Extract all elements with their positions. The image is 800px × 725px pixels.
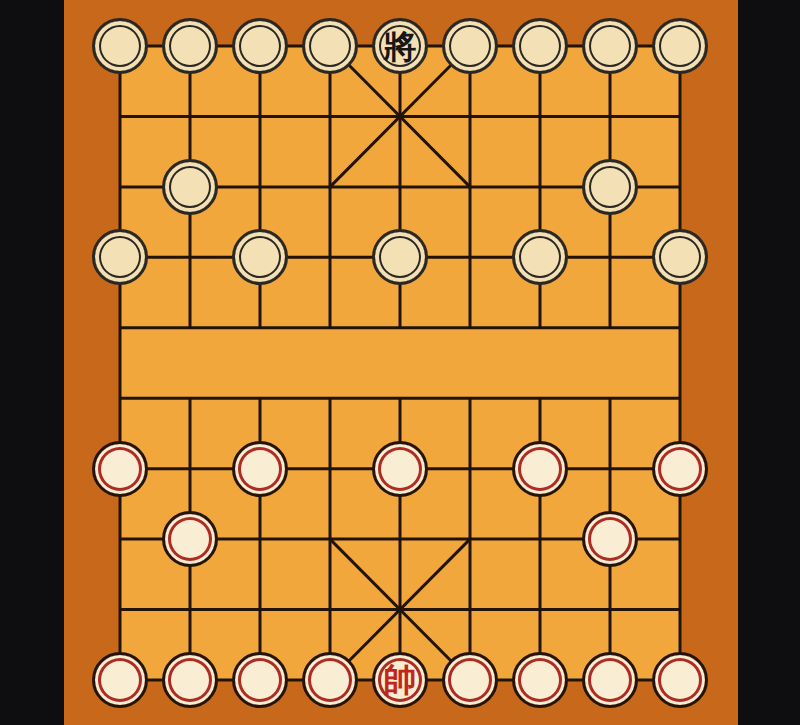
board-intersection[interactable] [295, 645, 365, 715]
board-intersection[interactable] [295, 433, 365, 503]
board-intersection[interactable] [155, 293, 225, 363]
board-intersection[interactable] [435, 433, 505, 503]
board-intersection[interactable] [645, 433, 715, 503]
piece-black-disc[interactable] [302, 18, 358, 74]
board-intersection[interactable] [365, 293, 435, 363]
board-intersection[interactable] [155, 11, 225, 81]
piece-black-disc[interactable] [372, 229, 428, 285]
board-intersection[interactable] [155, 81, 225, 151]
piece-red-disc[interactable] [92, 441, 148, 497]
board-intersection[interactable]: 將 [365, 11, 435, 81]
board-intersection[interactable] [295, 222, 365, 292]
board-intersection[interactable] [155, 574, 225, 644]
app-background: 將帥 [0, 0, 800, 725]
board-intersection[interactable] [155, 504, 225, 574]
piece-red-disc[interactable] [372, 441, 428, 497]
piece-black-disc[interactable] [92, 18, 148, 74]
board-intersection[interactable] [645, 293, 715, 363]
board-intersection[interactable] [295, 504, 365, 574]
board-intersection[interactable] [645, 11, 715, 81]
board-intersection[interactable] [435, 504, 505, 574]
board-intersection[interactable] [155, 222, 225, 292]
board-intersection[interactable] [435, 293, 505, 363]
board-intersection[interactable] [645, 152, 715, 222]
board-intersection[interactable] [85, 433, 155, 503]
board-intersection[interactable] [435, 152, 505, 222]
board-intersection[interactable] [505, 433, 575, 503]
board-intersection[interactable] [295, 574, 365, 644]
board-intersection[interactable] [505, 504, 575, 574]
board-intersection[interactable] [505, 11, 575, 81]
board-intersection[interactable] [365, 81, 435, 151]
xiangqi-board: 將帥 [64, 0, 738, 725]
board-intersection[interactable] [505, 152, 575, 222]
board-intersection[interactable] [505, 293, 575, 363]
piece-black-disc[interactable] [442, 18, 498, 74]
board-intersection[interactable] [575, 222, 645, 292]
board-intersection[interactable] [645, 504, 715, 574]
board-intersection[interactable] [645, 222, 715, 292]
piece-red-disc[interactable] [302, 652, 358, 708]
piece-red-disc[interactable] [232, 652, 288, 708]
piece-red-disc[interactable] [442, 652, 498, 708]
piece-black-disc[interactable] [232, 229, 288, 285]
board-intersection[interactable] [435, 363, 505, 433]
board-intersection[interactable] [575, 433, 645, 503]
board-intersection[interactable] [295, 152, 365, 222]
board-intersection[interactable] [85, 363, 155, 433]
board-intersection[interactable] [575, 152, 645, 222]
board-intersection[interactable] [85, 293, 155, 363]
board-intersection[interactable] [225, 363, 295, 433]
piece-black-disc[interactable] [162, 18, 218, 74]
piece-black-disc[interactable] [652, 18, 708, 74]
piece-black-disc[interactable] [512, 229, 568, 285]
board-intersection[interactable] [225, 11, 295, 81]
board-intersection[interactable] [435, 11, 505, 81]
board-intersection[interactable] [225, 433, 295, 503]
board-intersection[interactable] [85, 504, 155, 574]
board-intersection[interactable] [85, 222, 155, 292]
board-intersection[interactable] [365, 574, 435, 644]
board-intersection[interactable] [155, 645, 225, 715]
board-intersection[interactable] [225, 152, 295, 222]
piece-red-disc[interactable] [652, 652, 708, 708]
board-intersection[interactable] [85, 11, 155, 81]
board-intersection[interactable] [295, 293, 365, 363]
board-intersection[interactable] [435, 81, 505, 151]
board-intersection[interactable] [575, 11, 645, 81]
piece-black-disc[interactable] [232, 18, 288, 74]
piece-red-disc[interactable] [162, 511, 218, 567]
board-intersection[interactable] [155, 433, 225, 503]
board-intersection[interactable] [225, 504, 295, 574]
board-intersection[interactable] [645, 645, 715, 715]
board-intersection[interactable] [85, 81, 155, 151]
piece-red-disc[interactable] [512, 441, 568, 497]
piece-red-general[interactable]: 帥 [372, 652, 428, 708]
piece-red-disc[interactable] [232, 441, 288, 497]
board-intersection[interactable] [505, 645, 575, 715]
board-intersection[interactable] [85, 645, 155, 715]
board-intersection[interactable] [225, 81, 295, 151]
piece-red-disc[interactable] [92, 652, 148, 708]
board-intersection[interactable] [365, 433, 435, 503]
board-intersection[interactable] [575, 645, 645, 715]
board-intersection[interactable] [155, 363, 225, 433]
piece-black-disc[interactable] [162, 159, 218, 215]
piece-red-disc[interactable] [162, 652, 218, 708]
piece-red-disc[interactable] [582, 511, 638, 567]
piece-black-disc[interactable] [652, 229, 708, 285]
board-intersection[interactable] [575, 81, 645, 151]
board-intersection[interactable] [85, 574, 155, 644]
board-intersection[interactable] [575, 363, 645, 433]
board-intersection[interactable] [295, 81, 365, 151]
piece-black-disc[interactable] [582, 18, 638, 74]
board-intersection[interactable] [505, 81, 575, 151]
board-intersection[interactable] [435, 222, 505, 292]
board-intersection[interactable] [225, 645, 295, 715]
board-intersection[interactable] [225, 293, 295, 363]
board-intersection[interactable] [365, 363, 435, 433]
piece-black-general[interactable]: 將 [372, 18, 428, 74]
piece-black-disc[interactable] [512, 18, 568, 74]
board-intersection[interactable] [645, 574, 715, 644]
piece-red-disc[interactable] [652, 441, 708, 497]
board-intersection[interactable] [155, 152, 225, 222]
board-intersection[interactable] [575, 574, 645, 644]
board-intersection[interactable] [645, 363, 715, 433]
board-intersection[interactable]: 帥 [365, 645, 435, 715]
board-intersection[interactable] [505, 222, 575, 292]
board-intersection[interactable] [85, 152, 155, 222]
board-intersection[interactable] [575, 504, 645, 574]
piece-red-disc[interactable] [582, 652, 638, 708]
board-intersection[interactable] [365, 152, 435, 222]
board-intersection[interactable] [505, 574, 575, 644]
board-intersection[interactable] [295, 363, 365, 433]
board-intersection[interactable] [225, 574, 295, 644]
board-intersection[interactable] [225, 222, 295, 292]
board-intersection[interactable] [365, 222, 435, 292]
board-intersection[interactable] [505, 363, 575, 433]
piece-grid: 將帥 [85, 11, 715, 715]
board-intersection[interactable] [295, 11, 365, 81]
board-intersection[interactable] [575, 293, 645, 363]
piece-black-disc[interactable] [582, 159, 638, 215]
piece-black-disc[interactable] [92, 229, 148, 285]
board-intersection[interactable] [645, 81, 715, 151]
board-intersection[interactable] [365, 504, 435, 574]
piece-red-disc[interactable] [512, 652, 568, 708]
board-intersection[interactable] [435, 574, 505, 644]
board-intersection[interactable] [435, 645, 505, 715]
